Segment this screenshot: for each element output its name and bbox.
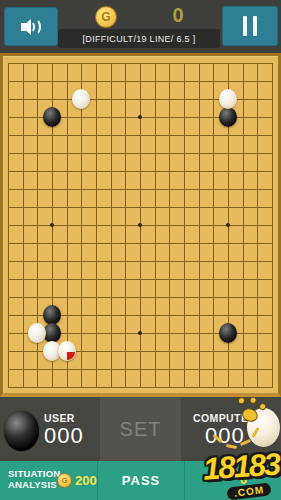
user-score: 000 <box>44 423 84 449</box>
pause-button[interactable] <box>222 6 278 46</box>
header-bar: G 0 [DIFFICULT/19 LINE/ 6.5 ] <box>0 0 281 53</box>
footer-right-button[interactable]: 0 <box>185 461 281 500</box>
computer-white-stone-icon <box>247 408 280 447</box>
user-black-stone-icon <box>4 411 39 451</box>
star-point <box>50 223 54 227</box>
black-stone <box>219 323 237 343</box>
situation-analysis-button[interactable]: SITUATION ANALYSIS G 200 <box>0 461 97 500</box>
star-point <box>226 223 230 227</box>
pass-button[interactable]: PASS <box>98 461 184 500</box>
white-stone <box>72 89 90 109</box>
go-board[interactable] <box>0 53 281 397</box>
coin-icon: G <box>95 6 117 28</box>
speaker-icon <box>20 18 42 36</box>
coin-balance: 0 <box>163 4 193 27</box>
sound-button[interactable] <box>4 7 58 46</box>
footer-right-cost: 0 <box>240 472 247 487</box>
white-stone <box>219 89 237 109</box>
star-point <box>138 115 142 119</box>
set-button[interactable]: SET <box>100 397 181 461</box>
last-move-marker <box>67 352 75 360</box>
white-stone <box>28 323 46 343</box>
go-app-screen: G 0 [DIFFICULT/19 LINE/ 6.5 ] USER 000 S… <box>0 0 281 500</box>
score-panel: USER 000 SET COMPUTER 000 <box>0 397 281 461</box>
situation-analysis-cost: 200 <box>75 473 97 488</box>
star-point <box>138 331 142 335</box>
pause-icon <box>240 16 260 36</box>
board-grid <box>1 54 279 396</box>
black-stone <box>43 305 61 325</box>
footer-bar: SITUATION ANALYSIS G 200 PASS 0 <box>0 461 281 500</box>
situation-analysis-label: SITUATION ANALYSIS <box>8 468 60 490</box>
white-stone <box>58 341 76 361</box>
black-stone <box>43 107 61 127</box>
computer-score: 000 <box>205 423 245 449</box>
coin-icon: G <box>57 473 72 488</box>
black-stone <box>219 107 237 127</box>
difficulty-label: [DIFFICULT/19 LINE/ 6.5 ] <box>58 29 220 48</box>
star-point <box>138 223 142 227</box>
